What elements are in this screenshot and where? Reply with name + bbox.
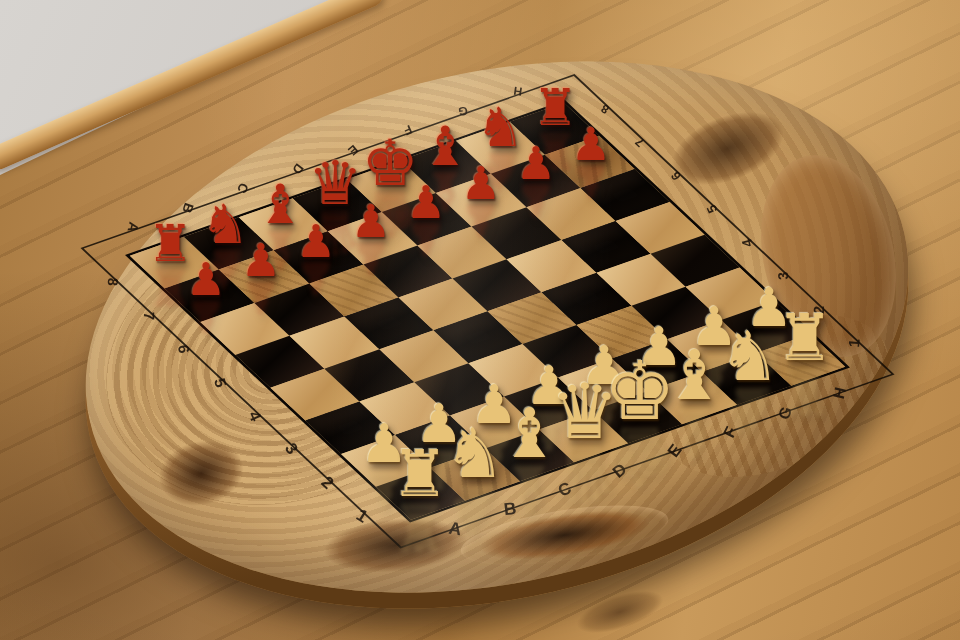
scene: AABBCCDDEEFFGGHH8877665544332211 ♜♞♝♛♚♝♞… — [0, 0, 960, 640]
